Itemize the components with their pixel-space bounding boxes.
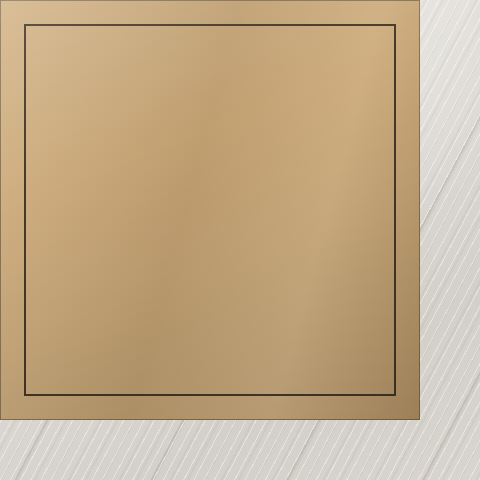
pieces-layer: [0, 0, 480, 480]
photo-stage: [0, 0, 480, 480]
